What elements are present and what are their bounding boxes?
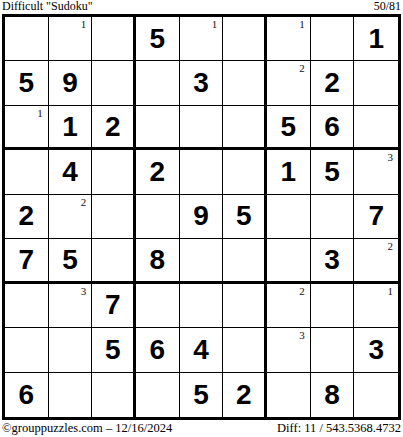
cell-r2c2[interactable]: 9 bbox=[49, 61, 93, 105]
cell-r5c6[interactable]: 5 bbox=[223, 195, 267, 239]
pencil-mark: 2 bbox=[299, 62, 305, 74]
cell-r1c7[interactable]: 1 bbox=[267, 17, 311, 61]
cell-r7c1[interactable] bbox=[5, 284, 49, 328]
given-digit: 5 bbox=[150, 25, 166, 53]
cell-r4c7[interactable]: 1 bbox=[267, 150, 311, 194]
given-digit: 4 bbox=[62, 158, 78, 186]
cell-r2c9[interactable] bbox=[354, 61, 398, 105]
cell-r3c7[interactable]: 5 bbox=[267, 106, 311, 150]
cell-r5c8[interactable] bbox=[311, 195, 355, 239]
cell-r5c2[interactable]: 2 bbox=[49, 195, 93, 239]
cell-r4c6[interactable] bbox=[223, 150, 267, 194]
cell-r3c6[interactable] bbox=[223, 106, 267, 150]
cell-r1c9[interactable]: 1 bbox=[354, 17, 398, 61]
given-digit: 3 bbox=[368, 336, 384, 364]
cell-r1c2[interactable]: 1 bbox=[49, 17, 93, 61]
pencil-mark: 2 bbox=[81, 196, 87, 208]
cell-r8c7[interactable]: 3 bbox=[267, 328, 311, 372]
cell-r8c8[interactable] bbox=[311, 328, 355, 372]
cell-r8c6[interactable] bbox=[223, 328, 267, 372]
cell-r8c5[interactable]: 4 bbox=[180, 328, 224, 372]
cell-r4c9[interactable]: 3 bbox=[354, 150, 398, 194]
cell-r3c2[interactable]: 1 bbox=[49, 106, 93, 150]
cell-r7c9[interactable]: 1 bbox=[354, 284, 398, 328]
cell-r6c1[interactable]: 7 bbox=[5, 239, 49, 283]
given-digit: 6 bbox=[324, 113, 340, 141]
cell-r9c8[interactable]: 8 bbox=[311, 373, 355, 417]
cell-r1c6[interactable] bbox=[223, 17, 267, 61]
header: Difficult "Sudoku" 50/81 bbox=[2, 0, 401, 14]
cell-r5c5[interactable]: 9 bbox=[180, 195, 224, 239]
given-digit: 5 bbox=[62, 246, 78, 274]
given-digit: 1 bbox=[62, 113, 78, 141]
given-digit: 2 bbox=[105, 113, 121, 141]
pencil-mark: 2 bbox=[299, 285, 305, 297]
given-digit: 1 bbox=[281, 158, 297, 186]
given-digit: 6 bbox=[150, 336, 166, 364]
cell-r9c2[interactable] bbox=[49, 373, 93, 417]
cell-r4c5[interactable] bbox=[180, 150, 224, 194]
cell-r9c5[interactable]: 5 bbox=[180, 373, 224, 417]
given-digit: 5 bbox=[193, 381, 209, 409]
cell-r2c3[interactable] bbox=[92, 61, 136, 105]
cell-r5c9[interactable]: 7 bbox=[354, 195, 398, 239]
cell-r6c2[interactable]: 5 bbox=[49, 239, 93, 283]
cell-r4c2[interactable]: 4 bbox=[49, 150, 93, 194]
cell-r4c4[interactable]: 2 bbox=[136, 150, 180, 194]
cell-r8c3[interactable]: 5 bbox=[92, 328, 136, 372]
cell-r6c8[interactable]: 3 bbox=[311, 239, 355, 283]
given-digit: 8 bbox=[324, 381, 340, 409]
sudoku-board: 1511159322112564215322957758323721564336… bbox=[2, 14, 401, 420]
cell-r3c5[interactable] bbox=[180, 106, 224, 150]
given-digit: 9 bbox=[62, 69, 78, 97]
footer: ©grouppuzzles.com – 12/16/2024 Diff: 11 … bbox=[2, 421, 401, 437]
cell-r2c6[interactable] bbox=[223, 61, 267, 105]
cell-r5c1[interactable]: 2 bbox=[5, 195, 49, 239]
cell-r7c8[interactable] bbox=[311, 284, 355, 328]
cell-r7c6[interactable] bbox=[223, 284, 267, 328]
cell-r4c8[interactable]: 5 bbox=[311, 150, 355, 194]
cell-r8c2[interactable] bbox=[49, 328, 93, 372]
cell-r8c9[interactable]: 3 bbox=[354, 328, 398, 372]
cell-r7c4[interactable] bbox=[136, 284, 180, 328]
given-digit: 5 bbox=[236, 202, 252, 230]
cell-r6c7[interactable] bbox=[267, 239, 311, 283]
cell-r1c1[interactable] bbox=[5, 17, 49, 61]
pencil-mark: 1 bbox=[81, 18, 87, 30]
pencil-mark: 2 bbox=[388, 240, 394, 252]
cell-r9c9[interactable] bbox=[354, 373, 398, 417]
cell-r4c1[interactable] bbox=[5, 150, 49, 194]
given-digit: 9 bbox=[193, 202, 209, 230]
pencil-mark: 3 bbox=[388, 151, 394, 163]
given-digit: 5 bbox=[105, 336, 121, 364]
given-digit: 2 bbox=[150, 158, 166, 186]
pencil-mark: 1 bbox=[212, 18, 218, 30]
cell-r9c3[interactable] bbox=[92, 373, 136, 417]
cell-r8c4[interactable]: 6 bbox=[136, 328, 180, 372]
given-digit: 2 bbox=[19, 202, 35, 230]
cell-r1c3[interactable] bbox=[92, 17, 136, 61]
given-digit: 7 bbox=[105, 291, 121, 319]
cell-r9c6[interactable]: 2 bbox=[223, 373, 267, 417]
given-digit: 3 bbox=[193, 69, 209, 97]
pencil-mark: 3 bbox=[299, 329, 305, 341]
page-title: Difficult "Sudoku" bbox=[2, 0, 93, 13]
given-digit: 2 bbox=[324, 69, 340, 97]
cell-r7c3[interactable]: 7 bbox=[92, 284, 136, 328]
cell-r1c8[interactable] bbox=[311, 17, 355, 61]
cell-r5c4[interactable] bbox=[136, 195, 180, 239]
cell-r9c1[interactable]: 6 bbox=[5, 373, 49, 417]
cell-r6c5[interactable] bbox=[180, 239, 224, 283]
cell-r6c4[interactable]: 8 bbox=[136, 239, 180, 283]
pencil-mark: 1 bbox=[388, 285, 394, 297]
cell-r5c7[interactable] bbox=[267, 195, 311, 239]
given-digit: 1 bbox=[368, 25, 384, 53]
cell-r2c1[interactable]: 5 bbox=[5, 61, 49, 105]
cell-r9c4[interactable] bbox=[136, 373, 180, 417]
given-digit: 8 bbox=[150, 246, 166, 274]
cell-r7c7[interactable]: 2 bbox=[267, 284, 311, 328]
cell-r2c8[interactable]: 2 bbox=[311, 61, 355, 105]
given-digit: 4 bbox=[193, 336, 209, 364]
given-digit: 5 bbox=[281, 113, 297, 141]
cell-r3c3[interactable]: 2 bbox=[92, 106, 136, 150]
cell-r5c3[interactable] bbox=[92, 195, 136, 239]
cell-r6c9[interactable]: 2 bbox=[354, 239, 398, 283]
cell-r2c7[interactable]: 2 bbox=[267, 61, 311, 105]
cell-r3c8[interactable]: 6 bbox=[311, 106, 355, 150]
cell-r6c6[interactable] bbox=[223, 239, 267, 283]
cell-r6c3[interactable] bbox=[92, 239, 136, 283]
cell-r3c4[interactable] bbox=[136, 106, 180, 150]
cell-r3c9[interactable] bbox=[354, 106, 398, 150]
pencil-mark: 1 bbox=[299, 18, 305, 30]
remaining-counter: 50/81 bbox=[374, 0, 401, 13]
difficulty-text: Diff: 11 / 543.5368.4732 bbox=[277, 421, 401, 435]
given-digit: 5 bbox=[324, 158, 340, 186]
pencil-mark: 1 bbox=[37, 107, 43, 119]
pencil-mark: 3 bbox=[81, 285, 87, 297]
cell-r1c5[interactable]: 1 bbox=[180, 17, 224, 61]
cell-r7c5[interactable] bbox=[180, 284, 224, 328]
given-digit: 6 bbox=[19, 381, 35, 409]
cell-r1c4[interactable]: 5 bbox=[136, 17, 180, 61]
cell-r2c5[interactable]: 3 bbox=[180, 61, 224, 105]
given-digit: 3 bbox=[324, 246, 340, 274]
cell-r2c4[interactable] bbox=[136, 61, 180, 105]
cell-r8c1[interactable] bbox=[5, 328, 49, 372]
cell-r3c1[interactable]: 1 bbox=[5, 106, 49, 150]
copyright-text: ©grouppuzzles.com – 12/16/2024 bbox=[2, 421, 172, 435]
cell-r7c2[interactable]: 3 bbox=[49, 284, 93, 328]
cell-r9c7[interactable] bbox=[267, 373, 311, 417]
cell-r4c3[interactable] bbox=[92, 150, 136, 194]
given-digit: 2 bbox=[236, 381, 252, 409]
given-digit: 7 bbox=[368, 202, 384, 230]
given-digit: 5 bbox=[19, 69, 35, 97]
given-digit: 7 bbox=[19, 246, 35, 274]
